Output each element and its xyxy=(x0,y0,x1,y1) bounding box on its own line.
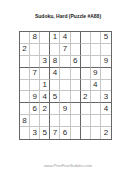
cell-r6c7[interactable]: 2 xyxy=(81,91,91,103)
cell-r1c9[interactable]: 5 xyxy=(101,32,111,44)
cell-r2c9[interactable] xyxy=(101,44,111,56)
cell-r6c2[interactable]: 9 xyxy=(30,91,40,103)
cell-r9c7[interactable] xyxy=(81,127,91,139)
cell-r2c3[interactable] xyxy=(40,44,50,56)
cell-r5c4[interactable] xyxy=(50,80,60,92)
cell-r8c3[interactable] xyxy=(40,115,50,127)
cell-r6c5[interactable] xyxy=(60,91,70,103)
cell-r5c5[interactable] xyxy=(60,80,70,92)
cell-r7c3[interactable]: 2 xyxy=(40,103,50,115)
cell-r9c5[interactable]: 6 xyxy=(60,127,70,139)
cell-r2c5[interactable]: 7 xyxy=(60,44,70,56)
cell-r4c5[interactable] xyxy=(60,68,70,80)
cell-r3c1[interactable] xyxy=(20,56,30,68)
cell-r9c8[interactable] xyxy=(91,127,101,139)
cell-r9c1[interactable] xyxy=(20,127,30,139)
cell-r8c5[interactable] xyxy=(60,115,70,127)
page-title: Sudoku, Hard (Puzzle #A88) xyxy=(0,13,136,19)
cell-r2c4[interactable] xyxy=(50,44,60,56)
cell-r1c5[interactable]: 4 xyxy=(60,32,70,44)
cell-r8c2[interactable] xyxy=(30,115,40,127)
cell-r5c6[interactable] xyxy=(71,80,81,92)
cell-r2c8[interactable] xyxy=(91,44,101,56)
cell-r1c3[interactable] xyxy=(40,32,50,44)
cell-r6c3[interactable]: 4 xyxy=(40,91,50,103)
cell-r6c4[interactable]: 5 xyxy=(50,91,60,103)
cell-r2c1[interactable]: 2 xyxy=(20,44,30,56)
cell-r6c1[interactable] xyxy=(20,91,30,103)
cell-r1c7[interactable] xyxy=(81,32,91,44)
cell-r8c1[interactable]: 8 xyxy=(20,115,30,127)
cell-r5c8[interactable]: 4 xyxy=(91,80,101,92)
cell-r9c3[interactable]: 5 xyxy=(40,127,50,139)
cell-r9c4[interactable]: 7 xyxy=(50,127,60,139)
cell-r7c2[interactable]: 6 xyxy=(30,103,40,115)
cell-r8c7[interactable] xyxy=(81,115,91,127)
cell-r7c6[interactable] xyxy=(71,103,81,115)
footer-url: www.PrintFreeSudoku.com xyxy=(0,163,136,168)
cell-r7c7[interactable] xyxy=(81,103,91,115)
cell-r8c4[interactable] xyxy=(50,115,60,127)
sudoku-board: 814527386974914945236294835762 xyxy=(19,31,112,140)
cell-r4c8[interactable]: 9 xyxy=(91,68,101,80)
cell-r7c4[interactable] xyxy=(50,103,60,115)
cell-r3c5[interactable] xyxy=(60,56,70,68)
cell-r2c6[interactable] xyxy=(71,44,81,56)
cell-r4c6[interactable] xyxy=(71,68,81,80)
cell-r4c3[interactable] xyxy=(40,68,50,80)
cell-r5c3[interactable]: 1 xyxy=(40,80,50,92)
cell-r8c9[interactable] xyxy=(101,115,111,127)
cell-r3c6[interactable]: 6 xyxy=(71,56,81,68)
cell-r4c7[interactable] xyxy=(81,68,91,80)
cell-r3c4[interactable]: 8 xyxy=(50,56,60,68)
cell-r4c2[interactable]: 7 xyxy=(30,68,40,80)
cell-r2c7[interactable] xyxy=(81,44,91,56)
cell-r7c9[interactable]: 4 xyxy=(101,103,111,115)
cell-r7c5[interactable]: 9 xyxy=(60,103,70,115)
cell-r5c7[interactable] xyxy=(81,80,91,92)
cell-r6c6[interactable] xyxy=(71,91,81,103)
cell-r8c8[interactable] xyxy=(91,115,101,127)
cell-r3c3[interactable]: 3 xyxy=(40,56,50,68)
cell-r1c1[interactable] xyxy=(20,32,30,44)
cell-r3c7[interactable] xyxy=(81,56,91,68)
cell-r1c2[interactable]: 8 xyxy=(30,32,40,44)
cell-r1c4[interactable]: 1 xyxy=(50,32,60,44)
cell-r1c8[interactable] xyxy=(91,32,101,44)
cell-r2c2[interactable] xyxy=(30,44,40,56)
cell-r5c9[interactable] xyxy=(101,80,111,92)
cell-r4c1[interactable] xyxy=(20,68,30,80)
cell-r6c8[interactable] xyxy=(91,91,101,103)
cell-r7c1[interactable] xyxy=(20,103,30,115)
cell-r5c1[interactable] xyxy=(20,80,30,92)
cell-r4c9[interactable] xyxy=(101,68,111,80)
cell-r9c9[interactable]: 2 xyxy=(101,127,111,139)
cell-r4c4[interactable]: 4 xyxy=(50,68,60,80)
cell-r7c8[interactable] xyxy=(91,103,101,115)
cell-r5c2[interactable] xyxy=(30,80,40,92)
cell-r3c9[interactable]: 9 xyxy=(101,56,111,68)
cell-r3c8[interactable] xyxy=(91,56,101,68)
cell-r6c9[interactable]: 3 xyxy=(101,91,111,103)
cell-r8c6[interactable] xyxy=(71,115,81,127)
cell-r3c2[interactable] xyxy=(30,56,40,68)
cell-r9c6[interactable] xyxy=(71,127,81,139)
cell-r1c6[interactable] xyxy=(71,32,81,44)
cell-r9c2[interactable]: 3 xyxy=(30,127,40,139)
sudoku-print-page: Sudoku, Hard (Puzzle #A88) 8145273869749… xyxy=(0,0,136,176)
